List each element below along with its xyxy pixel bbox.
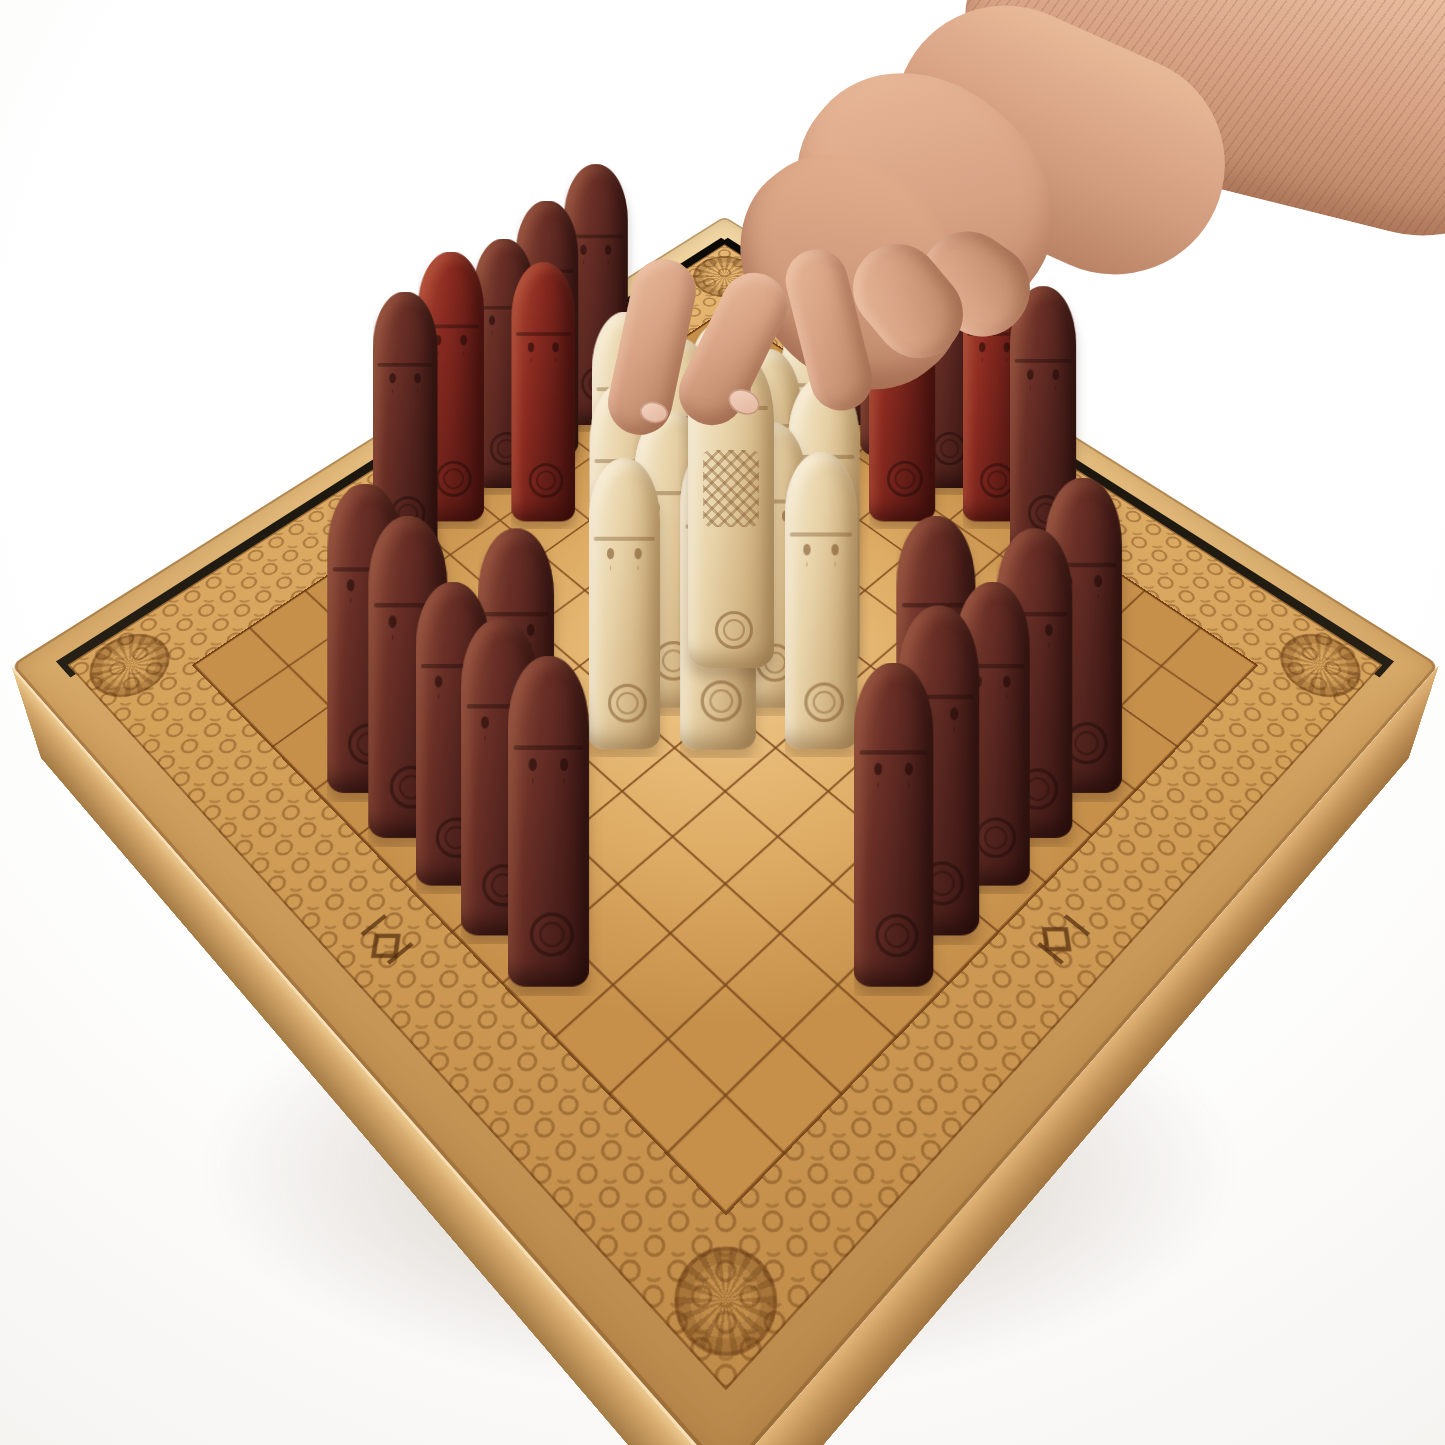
helmet-band xyxy=(483,612,548,616)
defender-piece-f4[interactable] xyxy=(589,458,660,749)
carved-face xyxy=(578,245,614,287)
attacker-piece-h1[interactable] xyxy=(508,656,589,987)
helmet-band xyxy=(790,532,853,536)
carved-face xyxy=(1024,370,1061,413)
carved-shield xyxy=(530,913,574,957)
carved-face xyxy=(387,374,423,416)
carved-face xyxy=(433,335,470,378)
helmet-band xyxy=(377,363,433,367)
king-piece-held[interactable] xyxy=(688,348,774,668)
carved-shield xyxy=(608,684,647,723)
helmet-band xyxy=(514,745,584,750)
carved-shield xyxy=(436,461,472,497)
carved-shield xyxy=(529,463,564,498)
helmet-band xyxy=(874,324,931,328)
scene xyxy=(0,0,1445,1445)
attacker-piece-k4[interactable] xyxy=(853,662,933,986)
helmet-band xyxy=(859,750,927,755)
perspective-wrapper xyxy=(0,0,1445,1445)
carved-shield xyxy=(933,432,966,465)
carved-shield xyxy=(804,683,844,723)
carved-face xyxy=(525,342,561,383)
carved-shield xyxy=(887,461,923,497)
rune-mark-icon xyxy=(1034,911,1093,967)
carved-face xyxy=(871,763,916,815)
king-face xyxy=(705,370,757,408)
carved-face xyxy=(976,342,1012,383)
attacker-piece-b6[interactable] xyxy=(511,262,575,521)
attacker-piece-f10[interactable] xyxy=(869,252,935,522)
carved-shield xyxy=(701,680,742,721)
defender-piece-h6[interactable] xyxy=(785,452,858,749)
king-shield xyxy=(715,611,753,649)
carved-shield xyxy=(979,463,1014,498)
helmet-band xyxy=(1014,359,1071,363)
helmet-band xyxy=(516,332,571,336)
carved-face xyxy=(801,544,842,592)
rune-mark-icon xyxy=(357,911,416,967)
carved-face xyxy=(526,758,571,811)
carved-shield xyxy=(875,914,918,957)
carved-shield xyxy=(975,818,1015,858)
carved-face xyxy=(604,548,644,595)
helmet-band xyxy=(594,537,655,541)
carved-face xyxy=(884,335,921,378)
king-piece-body xyxy=(688,348,774,668)
